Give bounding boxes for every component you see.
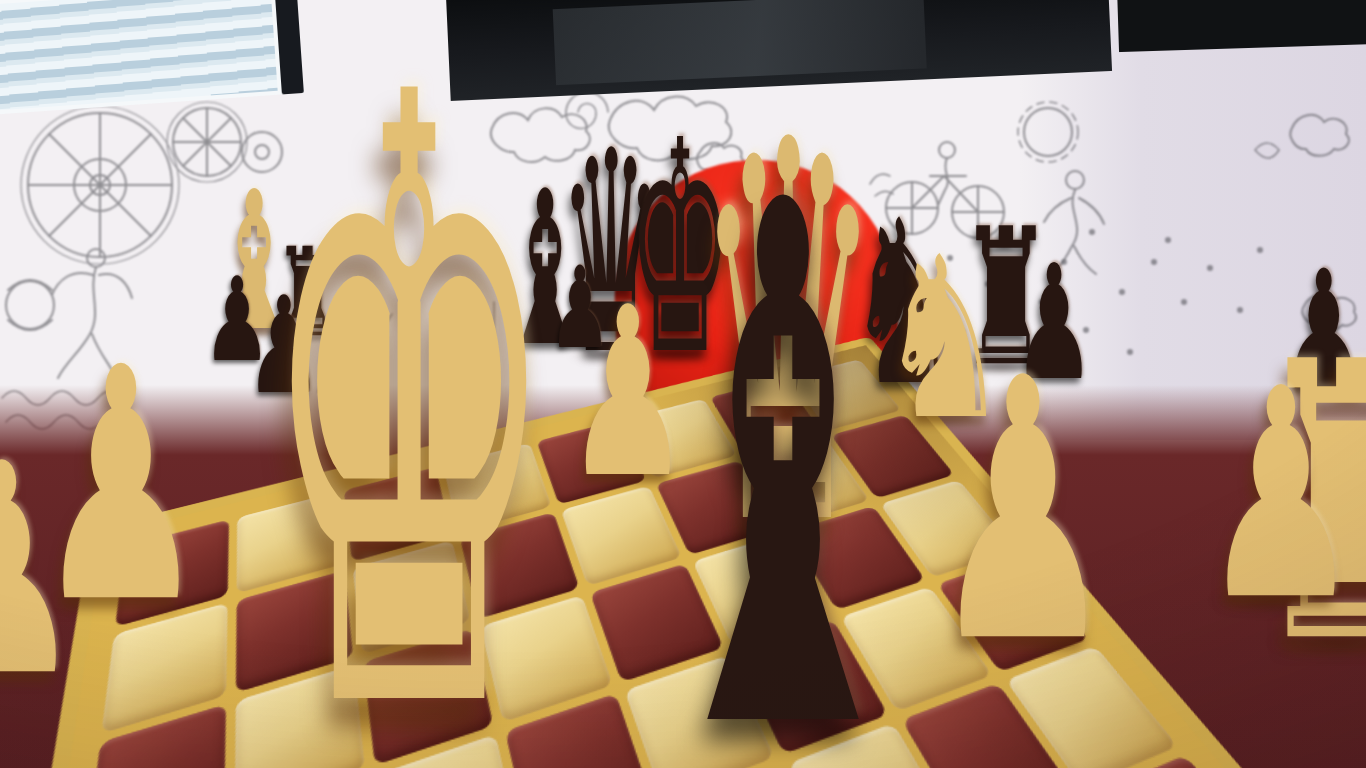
white-pawn-b4[interactable]: ♟ <box>35 367 208 605</box>
white-pawn-g3[interactable]: ♟ <box>929 378 1116 645</box>
white-pawn-h4[interactable]: ♟ <box>1201 388 1362 602</box>
window-blinds <box>0 0 278 111</box>
white-king-c3[interactable]: ♚ <box>259 98 559 718</box>
black-bishop-e3[interactable]: ♝ <box>638 205 928 737</box>
chess-photo-scene: ♝♜♟♟♝♛♚♟♞♜♟♟♛♟♜♟♞♟♟♟♚♝ <box>0 0 1366 768</box>
dark-window-right <box>1117 0 1366 52</box>
